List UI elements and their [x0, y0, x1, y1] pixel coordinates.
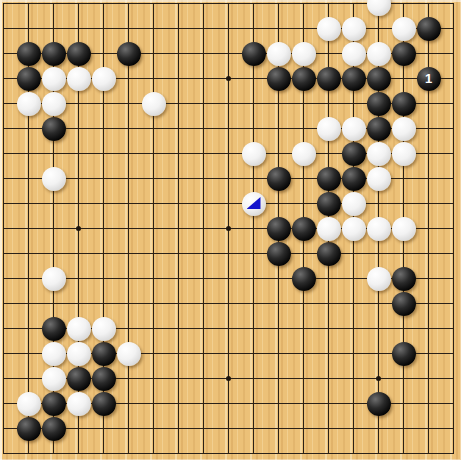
- white-stone: [117, 342, 141, 366]
- star-point: [76, 226, 81, 231]
- black-stone: [17, 417, 41, 441]
- white-stone: [92, 67, 116, 91]
- triangle-marker: [247, 197, 261, 209]
- white-stone: [367, 42, 391, 66]
- black-stone: [317, 67, 341, 91]
- white-stone: [42, 167, 66, 191]
- black-stone: [342, 67, 366, 91]
- black-stone: [367, 117, 391, 141]
- black-stone: 1: [417, 67, 441, 91]
- black-stone: [367, 67, 391, 91]
- black-stone: [117, 42, 141, 66]
- black-stone: [92, 367, 116, 391]
- black-stone: [242, 42, 266, 66]
- white-stone: [367, 167, 391, 191]
- white-stone: [317, 117, 341, 141]
- star-point: [226, 226, 231, 231]
- black-stone: [367, 392, 391, 416]
- white-stone: [292, 42, 316, 66]
- black-stone: [292, 267, 316, 291]
- black-stone: [17, 67, 41, 91]
- black-stone: [417, 17, 441, 41]
- white-stone: [267, 42, 291, 66]
- black-stone: [317, 242, 341, 266]
- white-stone: [67, 317, 91, 341]
- black-stone: [342, 167, 366, 191]
- black-stone: [92, 392, 116, 416]
- black-stone: [267, 242, 291, 266]
- white-stone: [392, 117, 416, 141]
- star-point: [226, 76, 231, 81]
- go-board[interactable]: 1: [0, 0, 461, 460]
- white-stone: [142, 92, 166, 116]
- black-stone: [42, 317, 66, 341]
- white-stone: [42, 367, 66, 391]
- white-stone: [292, 142, 316, 166]
- white-stone: [67, 67, 91, 91]
- black-stone: [17, 42, 41, 66]
- white-stone: [367, 142, 391, 166]
- white-stone: [317, 217, 341, 241]
- white-stone: [17, 392, 41, 416]
- black-stone: [292, 217, 316, 241]
- white-stone: [342, 117, 366, 141]
- black-stone: [267, 167, 291, 191]
- white-stone: [342, 217, 366, 241]
- black-stone: [42, 117, 66, 141]
- black-stone: [267, 217, 291, 241]
- black-stone: [42, 417, 66, 441]
- white-stone: [242, 142, 266, 166]
- white-stone: [342, 17, 366, 41]
- black-stone: [92, 342, 116, 366]
- white-stone: [392, 142, 416, 166]
- white-stone: [367, 217, 391, 241]
- white-stone: [242, 192, 266, 216]
- black-stone: [392, 292, 416, 316]
- black-stone: [42, 392, 66, 416]
- black-stone: [317, 192, 341, 216]
- white-stone: [67, 392, 91, 416]
- star-point: [376, 376, 381, 381]
- white-stone: [392, 217, 416, 241]
- white-stone: [42, 92, 66, 116]
- white-stone: [392, 17, 416, 41]
- black-stone: [392, 267, 416, 291]
- black-stone: [392, 342, 416, 366]
- black-stone: [392, 92, 416, 116]
- white-stone: [342, 42, 366, 66]
- white-stone: [42, 267, 66, 291]
- white-stone: [17, 92, 41, 116]
- white-stone: [367, 267, 391, 291]
- white-stone: [317, 17, 341, 41]
- star-point: [226, 376, 231, 381]
- black-stone: [267, 67, 291, 91]
- black-stone: [342, 142, 366, 166]
- move-number-label: 1: [425, 67, 432, 91]
- black-stone: [67, 367, 91, 391]
- black-stone: [42, 42, 66, 66]
- black-stone: [367, 92, 391, 116]
- black-stone: [67, 42, 91, 66]
- white-stone: [92, 317, 116, 341]
- black-stone: [392, 42, 416, 66]
- white-stone: [42, 67, 66, 91]
- white-stone: [342, 192, 366, 216]
- black-stone: [292, 67, 316, 91]
- white-stone: [67, 342, 91, 366]
- black-stone: [317, 167, 341, 191]
- white-stone: [42, 342, 66, 366]
